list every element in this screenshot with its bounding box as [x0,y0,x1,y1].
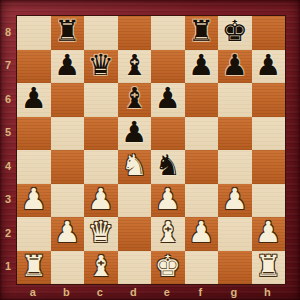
piece-white-pawn[interactable]: ♟ [188,218,214,247]
square-a5[interactable] [17,117,51,151]
square-g7[interactable]: ♟ [218,50,252,84]
piece-white-pawn[interactable]: ♟ [54,218,80,247]
square-h8[interactable] [252,16,286,50]
square-e8[interactable] [151,16,185,50]
square-a8[interactable] [17,16,51,50]
square-h5[interactable] [252,117,286,151]
square-a2[interactable] [17,217,51,251]
square-e3[interactable]: ♟ [151,184,185,218]
square-b6[interactable] [51,83,85,117]
square-c1[interactable]: ♝ [84,251,118,285]
square-c2[interactable]: ♛ [84,217,118,251]
file-labels: abcdefgh [16,283,284,300]
piece-white-pawn[interactable]: ♟ [21,185,47,214]
square-c4[interactable] [84,150,118,184]
square-c7[interactable]: ♛ [84,50,118,84]
square-d1[interactable] [118,251,152,285]
square-a1[interactable]: ♜ [17,251,51,285]
square-c5[interactable] [84,117,118,151]
square-g3[interactable]: ♟ [218,184,252,218]
file-label-c: c [83,283,117,300]
square-b4[interactable] [51,150,85,184]
rank-label-6: 6 [0,82,16,116]
square-e1[interactable]: ♚ [151,251,185,285]
piece-white-rook[interactable]: ♜ [21,252,47,281]
square-d3[interactable] [118,184,152,218]
square-f2[interactable]: ♟ [185,217,219,251]
square-f5[interactable] [185,117,219,151]
piece-white-knight[interactable]: ♞ [121,151,147,180]
square-c3[interactable]: ♟ [84,184,118,218]
piece-black-pawn[interactable]: ♟ [121,118,147,147]
rank-label-1: 1 [0,250,16,284]
square-d8[interactable] [118,16,152,50]
square-d6[interactable]: ♝ [118,83,152,117]
square-g6[interactable] [218,83,252,117]
square-e4[interactable]: ♞ [151,150,185,184]
square-g5[interactable] [218,117,252,151]
file-label-g: g [217,283,251,300]
square-f6[interactable] [185,83,219,117]
piece-black-bishop[interactable]: ♝ [121,51,147,80]
square-b7[interactable]: ♟ [51,50,85,84]
piece-black-queen[interactable]: ♛ [88,51,114,80]
square-g4[interactable] [218,150,252,184]
rank-label-4: 4 [0,149,16,183]
piece-black-pawn[interactable]: ♟ [188,51,214,80]
rank-label-7: 7 [0,49,16,83]
square-d4[interactable]: ♞ [118,150,152,184]
square-h1[interactable]: ♜ [252,251,286,285]
square-b2[interactable]: ♟ [51,217,85,251]
square-e5[interactable] [151,117,185,151]
piece-black-king[interactable]: ♚ [222,17,248,46]
square-f4[interactable] [185,150,219,184]
square-e7[interactable] [151,50,185,84]
piece-black-knight[interactable]: ♞ [155,151,181,180]
square-h3[interactable] [252,184,286,218]
file-label-a: a [16,283,50,300]
piece-white-rook[interactable]: ♜ [255,252,281,281]
square-a7[interactable] [17,50,51,84]
rank-label-8: 8 [0,15,16,49]
square-d7[interactable]: ♝ [118,50,152,84]
square-f8[interactable]: ♜ [185,16,219,50]
file-label-b: b [50,283,84,300]
chess-board: ♜♜♚♟♛♝♟♟♟♟♝♟♟♞♞♟♟♟♟♟♛♝♟♟♜♝♚♜ [16,15,286,285]
square-f1[interactable] [185,251,219,285]
square-a3[interactable]: ♟ [17,184,51,218]
rank-labels: 87654321 [0,15,16,283]
square-e2[interactable]: ♝ [151,217,185,251]
square-g1[interactable] [218,251,252,285]
square-a6[interactable]: ♟ [17,83,51,117]
board-frame: 87654321 ♜♜♚♟♛♝♟♟♟♟♝♟♟♞♞♟♟♟♟♟♛♝♟♟♜♝♚♜ ab… [0,0,300,300]
square-d5[interactable]: ♟ [118,117,152,151]
square-g8[interactable]: ♚ [218,16,252,50]
square-b5[interactable] [51,117,85,151]
square-b8[interactable]: ♜ [51,16,85,50]
square-h6[interactable] [252,83,286,117]
piece-black-pawn[interactable]: ♟ [21,84,47,113]
square-f7[interactable]: ♟ [185,50,219,84]
piece-white-bishop[interactable]: ♝ [88,252,114,281]
piece-white-pawn[interactable]: ♟ [88,185,114,214]
piece-white-queen[interactable]: ♛ [88,218,114,247]
piece-black-pawn[interactable]: ♟ [255,51,281,80]
piece-black-rook[interactable]: ♜ [188,17,214,46]
piece-black-pawn[interactable]: ♟ [155,84,181,113]
piece-white-bishop[interactable]: ♝ [155,218,181,247]
square-h2[interactable]: ♟ [252,217,286,251]
file-label-h: h [251,283,285,300]
rank-label-5: 5 [0,116,16,150]
piece-white-pawn[interactable]: ♟ [222,185,248,214]
square-h7[interactable]: ♟ [252,50,286,84]
piece-black-pawn[interactable]: ♟ [222,51,248,80]
square-f3[interactable] [185,184,219,218]
square-a4[interactable] [17,150,51,184]
file-label-e: e [150,283,184,300]
square-b1[interactable] [51,251,85,285]
piece-white-pawn[interactable]: ♟ [255,218,281,247]
piece-white-pawn[interactable]: ♟ [155,185,181,214]
piece-white-king[interactable]: ♚ [155,252,181,281]
rank-label-3: 3 [0,183,16,217]
piece-black-pawn[interactable]: ♟ [54,51,80,80]
square-g2[interactable] [218,217,252,251]
file-label-f: f [184,283,218,300]
rank-label-2: 2 [0,216,16,250]
piece-black-rook[interactable]: ♜ [54,17,80,46]
square-b3[interactable] [51,184,85,218]
square-h4[interactable] [252,150,286,184]
piece-black-bishop[interactable]: ♝ [121,84,147,113]
square-c8[interactable] [84,16,118,50]
square-d2[interactable] [118,217,152,251]
square-c6[interactable] [84,83,118,117]
file-label-d: d [117,283,151,300]
square-e6[interactable]: ♟ [151,83,185,117]
